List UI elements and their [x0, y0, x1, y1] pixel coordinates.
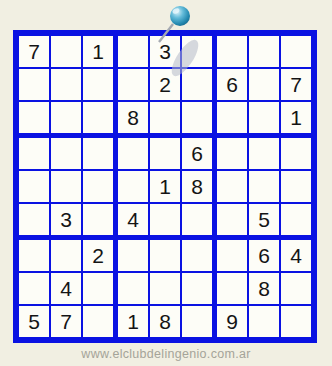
cell-r3c1[interactable]: [19, 102, 51, 138]
cell-r4c5[interactable]: [150, 138, 182, 171]
cell-r1c5[interactable]: 3: [150, 36, 182, 69]
cell-r1c6[interactable]: [182, 36, 217, 69]
cell-r6c6[interactable]: [182, 204, 217, 240]
cell-r6c7[interactable]: [217, 204, 249, 240]
cell-r9c7[interactable]: 9: [217, 306, 249, 337]
cell-r2c6[interactable]: [182, 69, 217, 102]
cell-r3c2[interactable]: [51, 102, 83, 138]
cell-r1c7[interactable]: [217, 36, 249, 69]
cell-r2c7[interactable]: 6: [217, 69, 249, 102]
cell-r8c2[interactable]: 4: [51, 273, 83, 306]
cell-r4c6[interactable]: 6: [182, 138, 217, 171]
cell-r1c2[interactable]: [51, 36, 83, 69]
cell-r6c2[interactable]: 3: [51, 204, 83, 240]
cell-r7c5[interactable]: [150, 240, 182, 273]
cell-r8c5[interactable]: [150, 273, 182, 306]
cell-r3c5[interactable]: [150, 102, 182, 138]
cell-r5c8[interactable]: [249, 171, 281, 204]
cell-r9c1[interactable]: 5: [19, 306, 51, 337]
cell-r3c3[interactable]: [83, 102, 118, 138]
cell-r4c8[interactable]: [249, 138, 281, 171]
cell-r6c3[interactable]: [83, 204, 118, 240]
cell-r8c9[interactable]: [281, 273, 311, 306]
cell-r7c7[interactable]: [217, 240, 249, 273]
cell-r5c6[interactable]: 8: [182, 171, 217, 204]
cell-r8c8[interactable]: 8: [249, 273, 281, 306]
sudoku-board: 713267816183452644857189: [13, 30, 317, 343]
cell-r8c6[interactable]: [182, 273, 217, 306]
cell-r1c8[interactable]: [249, 36, 281, 69]
cell-r8c3[interactable]: [83, 273, 118, 306]
cell-r1c9[interactable]: [281, 36, 311, 69]
cell-r6c4[interactable]: 4: [118, 204, 150, 240]
cell-r2c3[interactable]: [83, 69, 118, 102]
cell-r4c2[interactable]: [51, 138, 83, 171]
cell-r3c4[interactable]: 8: [118, 102, 150, 138]
cell-r7c1[interactable]: [19, 240, 51, 273]
cell-r2c8[interactable]: [249, 69, 281, 102]
cell-r2c2[interactable]: [51, 69, 83, 102]
cell-r4c7[interactable]: [217, 138, 249, 171]
cell-r5c2[interactable]: [51, 171, 83, 204]
cell-r4c1[interactable]: [19, 138, 51, 171]
cell-r7c3[interactable]: 2: [83, 240, 118, 273]
cell-r1c3[interactable]: 1: [83, 36, 118, 69]
cell-r6c5[interactable]: [150, 204, 182, 240]
cell-r6c1[interactable]: [19, 204, 51, 240]
cell-r9c3[interactable]: [83, 306, 118, 337]
cell-r9c5[interactable]: 8: [150, 306, 182, 337]
website-url: www.elclubdelingenio.com.ar: [0, 347, 332, 361]
cell-r7c9[interactable]: 4: [281, 240, 311, 273]
cell-r2c4[interactable]: [118, 69, 150, 102]
cell-r8c7[interactable]: [217, 273, 249, 306]
cell-r8c1[interactable]: [19, 273, 51, 306]
cell-r7c4[interactable]: [118, 240, 150, 273]
cell-r3c8[interactable]: [249, 102, 281, 138]
cell-r9c4[interactable]: 1: [118, 306, 150, 337]
cell-r1c1[interactable]: 7: [19, 36, 51, 69]
cell-r7c2[interactable]: [51, 240, 83, 273]
cell-r3c7[interactable]: [217, 102, 249, 138]
cell-r9c2[interactable]: 7: [51, 306, 83, 337]
cell-r5c7[interactable]: [217, 171, 249, 204]
cell-r5c4[interactable]: [118, 171, 150, 204]
cell-r2c1[interactable]: [19, 69, 51, 102]
cell-r3c9[interactable]: 1: [281, 102, 311, 138]
cell-r5c3[interactable]: [83, 171, 118, 204]
cell-r5c9[interactable]: [281, 171, 311, 204]
cell-r1c4[interactable]: [118, 36, 150, 69]
cell-r2c9[interactable]: 7: [281, 69, 311, 102]
cell-r4c3[interactable]: [83, 138, 118, 171]
cell-r6c8[interactable]: 5: [249, 204, 281, 240]
cell-r4c9[interactable]: [281, 138, 311, 171]
cell-r9c6[interactable]: [182, 306, 217, 337]
pin-head: [170, 6, 190, 26]
cell-r7c6[interactable]: [182, 240, 217, 273]
cell-r5c1[interactable]: [19, 171, 51, 204]
cell-r7c8[interactable]: 6: [249, 240, 281, 273]
cell-r5c5[interactable]: 1: [150, 171, 182, 204]
cell-r4c4[interactable]: [118, 138, 150, 171]
cell-r2c5[interactable]: 2: [150, 69, 182, 102]
cell-r6c9[interactable]: [281, 204, 311, 240]
cell-r3c6[interactable]: [182, 102, 217, 138]
cell-r9c9[interactable]: [281, 306, 311, 337]
cell-r9c8[interactable]: [249, 306, 281, 337]
cell-r8c4[interactable]: [118, 273, 150, 306]
